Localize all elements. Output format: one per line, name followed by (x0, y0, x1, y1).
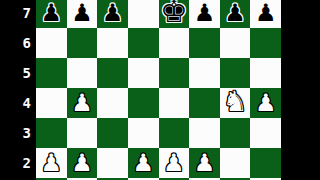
square-c3[interactable] (97, 118, 128, 148)
square-g6[interactable] (220, 28, 251, 58)
square-d6[interactable] (128, 28, 159, 58)
square-e2[interactable]: ♟ (159, 148, 190, 178)
square-f2[interactable]: ♟ (189, 148, 220, 178)
square-d7[interactable] (128, 0, 159, 28)
chess-game-screen: ♟♟♟♚♟♟♟♟♞♟♟♟♟♟♟ 765432 (0, 0, 320, 180)
square-e4[interactable] (159, 88, 190, 118)
square-d4[interactable] (128, 88, 159, 118)
white-pawn[interactable]: ♟ (41, 151, 63, 175)
square-b1[interactable] (67, 178, 98, 180)
square-e1[interactable] (159, 178, 190, 180)
square-h1[interactable] (250, 178, 281, 180)
square-c4[interactable] (97, 88, 128, 118)
square-b3[interactable] (67, 118, 98, 148)
square-a7[interactable]: ♟ (36, 0, 67, 28)
square-a2[interactable]: ♟ (36, 148, 67, 178)
square-g5[interactable] (220, 58, 251, 88)
square-g2[interactable] (220, 148, 251, 178)
black-pawn[interactable]: ♟ (224, 1, 246, 25)
square-a6[interactable] (36, 28, 67, 58)
rank-label-2: 2 (0, 155, 31, 171)
square-g1[interactable] (220, 178, 251, 180)
rank-label-5: 5 (0, 65, 31, 81)
square-b4[interactable]: ♟ (67, 88, 98, 118)
white-pawn[interactable]: ♟ (71, 151, 93, 175)
square-c5[interactable] (97, 58, 128, 88)
square-e5[interactable] (159, 58, 190, 88)
square-f7[interactable]: ♟ (189, 0, 220, 28)
white-knight[interactable]: ♞ (223, 88, 248, 116)
square-f1[interactable] (189, 178, 220, 180)
black-pawn[interactable]: ♟ (255, 1, 277, 25)
square-f5[interactable] (189, 58, 220, 88)
square-h4[interactable]: ♟ (250, 88, 281, 118)
white-pawn[interactable]: ♟ (71, 91, 93, 115)
square-c1[interactable] (97, 178, 128, 180)
square-a5[interactable] (36, 58, 67, 88)
white-pawn[interactable]: ♟ (163, 151, 185, 175)
rank-label-7: 7 (0, 5, 31, 21)
square-c2[interactable] (97, 148, 128, 178)
square-d2[interactable]: ♟ (128, 148, 159, 178)
black-pawn[interactable]: ♟ (71, 1, 93, 25)
rank-label-4: 4 (0, 95, 31, 111)
square-d3[interactable] (128, 118, 159, 148)
square-b7[interactable]: ♟ (67, 0, 98, 28)
square-a3[interactable] (36, 118, 67, 148)
black-king[interactable]: ♚ (160, 0, 188, 27)
black-pawn[interactable]: ♟ (194, 1, 216, 25)
square-b5[interactable] (67, 58, 98, 88)
white-pawn[interactable]: ♟ (194, 151, 216, 175)
square-h5[interactable] (250, 58, 281, 88)
square-g7[interactable]: ♟ (220, 0, 251, 28)
square-h3[interactable] (250, 118, 281, 148)
white-pawn[interactable]: ♟ (132, 151, 154, 175)
black-pawn[interactable]: ♟ (41, 1, 63, 25)
square-h6[interactable] (250, 28, 281, 58)
white-pawn[interactable]: ♟ (255, 91, 277, 115)
square-f6[interactable] (189, 28, 220, 58)
square-b2[interactable]: ♟ (67, 148, 98, 178)
square-h2[interactable] (250, 148, 281, 178)
square-f3[interactable] (189, 118, 220, 148)
square-d1[interactable] (128, 178, 159, 180)
square-c6[interactable] (97, 28, 128, 58)
square-a1[interactable] (36, 178, 67, 180)
square-f4[interactable] (189, 88, 220, 118)
rank-label-6: 6 (0, 35, 31, 51)
square-g4[interactable]: ♞ (220, 88, 251, 118)
rank-label-3: 3 (0, 125, 31, 141)
square-e3[interactable] (159, 118, 190, 148)
black-pawn[interactable]: ♟ (102, 1, 124, 25)
square-e6[interactable] (159, 28, 190, 58)
square-d5[interactable] (128, 58, 159, 88)
square-c7[interactable]: ♟ (97, 0, 128, 28)
square-b6[interactable] (67, 28, 98, 58)
square-e7[interactable]: ♚ (159, 0, 190, 28)
square-g3[interactable] (220, 118, 251, 148)
square-a4[interactable] (36, 88, 67, 118)
square-h7[interactable]: ♟ (250, 0, 281, 28)
